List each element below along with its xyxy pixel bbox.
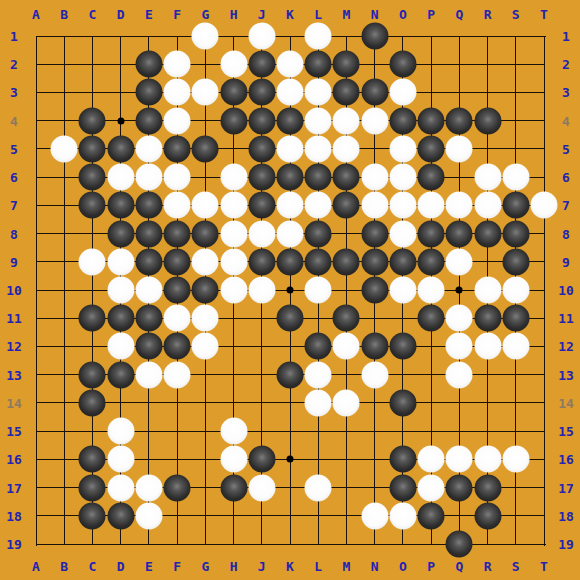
row-label-right: 5 — [562, 142, 570, 155]
row-label-left: 5 — [10, 142, 18, 155]
white-stone[interactable] — [220, 446, 247, 473]
black-stone[interactable] — [502, 192, 529, 219]
black-stone[interactable] — [361, 277, 388, 304]
black-stone[interactable] — [192, 220, 219, 247]
white-stone[interactable] — [135, 502, 162, 529]
white-stone[interactable] — [192, 192, 219, 219]
white-stone[interactable] — [389, 277, 416, 304]
column-label-bottom: G — [201, 560, 209, 573]
white-stone[interactable] — [446, 192, 473, 219]
black-stone[interactable] — [248, 135, 275, 162]
white-stone[interactable] — [446, 135, 473, 162]
white-stone[interactable] — [107, 418, 134, 445]
black-stone[interactable] — [192, 277, 219, 304]
white-stone[interactable] — [305, 277, 332, 304]
black-stone[interactable] — [361, 220, 388, 247]
black-stone[interactable] — [107, 192, 134, 219]
star-point — [287, 456, 294, 463]
black-stone[interactable] — [135, 79, 162, 106]
black-stone[interactable] — [164, 277, 191, 304]
column-label-bottom: R — [484, 560, 492, 573]
column-label-top: C — [89, 8, 97, 21]
black-stone[interactable] — [79, 389, 106, 416]
row-label-right: 16 — [558, 453, 574, 466]
white-stone[interactable] — [135, 135, 162, 162]
black-stone[interactable] — [474, 474, 501, 501]
black-stone[interactable] — [418, 305, 445, 332]
black-stone[interactable] — [502, 305, 529, 332]
white-stone[interactable] — [418, 192, 445, 219]
column-label-top: G — [201, 8, 209, 21]
black-stone[interactable] — [79, 361, 106, 388]
black-stone[interactable] — [248, 79, 275, 106]
row-label-right: 12 — [558, 340, 574, 353]
white-stone[interactable] — [107, 446, 134, 473]
row-label-right: 9 — [562, 255, 570, 268]
row-label-right: 3 — [562, 86, 570, 99]
white-stone[interactable] — [248, 220, 275, 247]
black-stone[interactable] — [333, 164, 360, 191]
white-stone[interactable] — [502, 277, 529, 304]
white-stone[interactable] — [531, 192, 558, 219]
row-label-left: 9 — [10, 255, 18, 268]
black-stone[interactable] — [277, 361, 304, 388]
column-label-top: K — [286, 8, 294, 21]
column-label-top: D — [117, 8, 125, 21]
white-stone[interactable] — [446, 248, 473, 275]
white-stone[interactable] — [502, 333, 529, 360]
black-stone[interactable] — [389, 389, 416, 416]
row-label-right: 14 — [558, 396, 574, 409]
black-stone[interactable] — [135, 333, 162, 360]
black-stone[interactable] — [248, 51, 275, 78]
black-stone[interactable] — [135, 51, 162, 78]
white-stone[interactable] — [389, 79, 416, 106]
black-stone[interactable] — [79, 474, 106, 501]
black-stone[interactable] — [79, 164, 106, 191]
black-stone[interactable] — [248, 248, 275, 275]
row-label-right: 6 — [562, 171, 570, 184]
black-stone[interactable] — [305, 333, 332, 360]
white-stone[interactable] — [333, 107, 360, 134]
black-stone[interactable] — [418, 220, 445, 247]
black-stone[interactable] — [79, 192, 106, 219]
white-stone[interactable] — [389, 192, 416, 219]
black-stone[interactable] — [446, 531, 473, 558]
column-label-top: J — [258, 8, 266, 21]
white-stone[interactable] — [446, 305, 473, 332]
white-stone[interactable] — [107, 474, 134, 501]
column-label-bottom: D — [117, 560, 125, 573]
white-stone[interactable] — [164, 164, 191, 191]
white-stone[interactable] — [220, 164, 247, 191]
black-stone[interactable] — [79, 135, 106, 162]
white-stone[interactable] — [305, 474, 332, 501]
column-label-top: O — [399, 8, 407, 21]
black-stone[interactable] — [305, 248, 332, 275]
white-stone[interactable] — [361, 192, 388, 219]
black-stone[interactable] — [248, 446, 275, 473]
white-stone[interactable] — [361, 107, 388, 134]
black-stone[interactable] — [389, 107, 416, 134]
black-stone[interactable] — [418, 502, 445, 529]
black-stone[interactable] — [164, 474, 191, 501]
white-stone[interactable] — [220, 51, 247, 78]
black-stone[interactable] — [164, 220, 191, 247]
grid-line-vertical — [36, 36, 37, 546]
white-stone[interactable] — [164, 192, 191, 219]
black-stone[interactable] — [389, 474, 416, 501]
white-stone[interactable] — [305, 192, 332, 219]
black-stone[interactable] — [135, 107, 162, 134]
column-label-bottom: Q — [455, 560, 463, 573]
black-stone[interactable] — [107, 361, 134, 388]
black-stone[interactable] — [389, 248, 416, 275]
black-stone[interactable] — [79, 305, 106, 332]
white-stone[interactable] — [418, 446, 445, 473]
black-stone[interactable] — [361, 333, 388, 360]
row-label-left: 14 — [6, 396, 22, 409]
column-label-bottom: F — [173, 560, 181, 573]
row-label-right: 2 — [562, 58, 570, 71]
black-stone[interactable] — [135, 305, 162, 332]
column-label-top: N — [371, 8, 379, 21]
black-stone[interactable] — [474, 305, 501, 332]
white-stone[interactable] — [305, 107, 332, 134]
row-label-right: 18 — [558, 509, 574, 522]
row-label-right: 4 — [562, 114, 570, 127]
white-stone[interactable] — [389, 220, 416, 247]
white-stone[interactable] — [446, 446, 473, 473]
black-stone[interactable] — [389, 51, 416, 78]
row-label-right: 1 — [562, 30, 570, 43]
star-point — [287, 287, 294, 294]
star-point — [456, 287, 463, 294]
white-stone[interactable] — [474, 164, 501, 191]
white-stone[interactable] — [361, 164, 388, 191]
white-stone[interactable] — [389, 502, 416, 529]
black-stone[interactable] — [164, 135, 191, 162]
row-label-left: 11 — [6, 312, 22, 325]
white-stone[interactable] — [305, 135, 332, 162]
column-label-top: H — [230, 8, 238, 21]
black-stone[interactable] — [305, 164, 332, 191]
row-label-right: 11 — [558, 312, 574, 325]
grid-line-horizontal — [36, 36, 546, 37]
white-stone[interactable] — [361, 502, 388, 529]
white-stone[interactable] — [135, 474, 162, 501]
row-label-right: 13 — [558, 368, 574, 381]
row-label-left: 13 — [6, 368, 22, 381]
black-stone[interactable] — [361, 23, 388, 50]
white-stone[interactable] — [220, 418, 247, 445]
white-stone[interactable] — [446, 333, 473, 360]
white-stone[interactable] — [192, 305, 219, 332]
black-stone[interactable] — [333, 305, 360, 332]
column-label-bottom: A — [32, 560, 40, 573]
white-stone[interactable] — [164, 361, 191, 388]
black-stone[interactable] — [474, 502, 501, 529]
black-stone[interactable] — [164, 333, 191, 360]
white-stone[interactable] — [277, 79, 304, 106]
black-stone[interactable] — [502, 220, 529, 247]
row-label-right: 15 — [558, 425, 574, 438]
row-label-left: 12 — [6, 340, 22, 353]
white-stone[interactable] — [79, 248, 106, 275]
row-label-left: 2 — [10, 58, 18, 71]
white-stone[interactable] — [220, 248, 247, 275]
white-stone[interactable] — [220, 277, 247, 304]
black-stone[interactable] — [79, 502, 106, 529]
black-stone[interactable] — [107, 502, 134, 529]
black-stone[interactable] — [305, 51, 332, 78]
row-label-left: 4 — [10, 114, 18, 127]
row-label-left: 6 — [10, 171, 18, 184]
black-stone[interactable] — [277, 107, 304, 134]
column-label-top: P — [427, 8, 435, 21]
row-label-left: 10 — [6, 284, 22, 297]
white-stone[interactable] — [333, 135, 360, 162]
white-stone[interactable] — [164, 79, 191, 106]
row-label-left: 7 — [10, 199, 18, 212]
column-label-bottom: T — [540, 560, 548, 573]
white-stone[interactable] — [418, 277, 445, 304]
black-stone[interactable] — [135, 192, 162, 219]
black-stone[interactable] — [107, 305, 134, 332]
white-stone[interactable] — [389, 164, 416, 191]
row-label-left: 16 — [6, 453, 22, 466]
black-stone[interactable] — [333, 51, 360, 78]
white-stone[interactable] — [220, 220, 247, 247]
black-stone[interactable] — [333, 192, 360, 219]
black-stone[interactable] — [389, 446, 416, 473]
white-stone[interactable] — [164, 107, 191, 134]
white-stone[interactable] — [135, 361, 162, 388]
column-label-bottom: K — [286, 560, 294, 573]
white-stone[interactable] — [107, 164, 134, 191]
black-stone[interactable] — [107, 220, 134, 247]
black-stone[interactable] — [192, 135, 219, 162]
white-stone[interactable] — [277, 220, 304, 247]
black-stone[interactable] — [277, 164, 304, 191]
white-stone[interactable] — [107, 277, 134, 304]
black-stone[interactable] — [418, 107, 445, 134]
white-stone[interactable] — [248, 277, 275, 304]
white-stone[interactable] — [192, 248, 219, 275]
white-stone[interactable] — [305, 361, 332, 388]
black-stone[interactable] — [135, 220, 162, 247]
column-label-top: F — [173, 8, 181, 21]
black-stone[interactable] — [220, 79, 247, 106]
column-label-top: E — [145, 8, 153, 21]
grid-line-horizontal — [36, 402, 545, 403]
black-stone[interactable] — [220, 107, 247, 134]
white-stone[interactable] — [164, 51, 191, 78]
column-label-top: M — [343, 8, 351, 21]
column-label-bottom: H — [230, 560, 238, 573]
black-stone[interactable] — [418, 248, 445, 275]
black-stone[interactable] — [305, 220, 332, 247]
black-stone[interactable] — [446, 220, 473, 247]
black-stone[interactable] — [502, 248, 529, 275]
column-label-top: Q — [455, 8, 463, 21]
row-label-left: 1 — [10, 30, 18, 43]
black-stone[interactable] — [277, 305, 304, 332]
white-stone[interactable] — [474, 446, 501, 473]
black-stone[interactable] — [474, 107, 501, 134]
black-stone[interactable] — [248, 164, 275, 191]
white-stone[interactable] — [333, 333, 360, 360]
white-stone[interactable] — [474, 333, 501, 360]
column-label-top: R — [484, 8, 492, 21]
white-stone[interactable] — [502, 446, 529, 473]
column-label-bottom: M — [343, 560, 351, 573]
black-stone[interactable] — [389, 333, 416, 360]
column-label-top: A — [32, 8, 40, 21]
column-label-top: B — [60, 8, 68, 21]
white-stone[interactable] — [277, 135, 304, 162]
column-label-bottom: C — [89, 560, 97, 573]
row-label-left: 3 — [10, 86, 18, 99]
column-label-bottom: N — [371, 560, 379, 573]
black-stone[interactable] — [446, 107, 473, 134]
column-label-top: S — [512, 8, 520, 21]
black-stone[interactable] — [79, 107, 106, 134]
go-board[interactable]: AABBCCDDEEFFGGHHJJKKLLMMNNOOPPQQRRSSTT11… — [0, 0, 580, 580]
white-stone[interactable] — [305, 389, 332, 416]
black-stone[interactable] — [135, 248, 162, 275]
black-stone[interactable] — [248, 192, 275, 219]
black-stone[interactable] — [248, 107, 275, 134]
black-stone[interactable] — [361, 248, 388, 275]
white-stone[interactable] — [389, 135, 416, 162]
black-stone[interactable] — [446, 474, 473, 501]
white-stone[interactable] — [248, 23, 275, 50]
column-label-top: L — [314, 8, 322, 21]
white-stone[interactable] — [361, 361, 388, 388]
column-label-bottom: S — [512, 560, 520, 573]
black-stone[interactable] — [361, 79, 388, 106]
white-stone[interactable] — [418, 474, 445, 501]
row-label-right: 8 — [562, 227, 570, 240]
white-stone[interactable] — [164, 305, 191, 332]
black-stone[interactable] — [474, 220, 501, 247]
white-stone[interactable] — [107, 333, 134, 360]
column-label-bottom: B — [60, 560, 68, 573]
white-stone[interactable] — [502, 164, 529, 191]
row-label-left: 8 — [10, 227, 18, 240]
white-stone[interactable] — [135, 164, 162, 191]
star-point — [117, 117, 124, 124]
white-stone[interactable] — [277, 51, 304, 78]
column-label-bottom: P — [427, 560, 435, 573]
row-label-right: 19 — [558, 538, 574, 551]
black-stone[interactable] — [164, 248, 191, 275]
row-label-right: 7 — [562, 199, 570, 212]
white-stone[interactable] — [248, 474, 275, 501]
white-stone[interactable] — [333, 389, 360, 416]
black-stone[interactable] — [418, 135, 445, 162]
white-stone[interactable] — [277, 192, 304, 219]
white-stone[interactable] — [305, 79, 332, 106]
white-stone[interactable] — [192, 333, 219, 360]
black-stone[interactable] — [79, 446, 106, 473]
white-stone[interactable] — [51, 135, 78, 162]
white-stone[interactable] — [192, 23, 219, 50]
white-stone[interactable] — [474, 192, 501, 219]
white-stone[interactable] — [446, 361, 473, 388]
black-stone[interactable] — [333, 248, 360, 275]
column-label-bottom: L — [314, 560, 322, 573]
black-stone[interactable] — [333, 79, 360, 106]
row-label-left: 19 — [6, 538, 22, 551]
row-label-right: 10 — [558, 284, 574, 297]
white-stone[interactable] — [192, 79, 219, 106]
black-stone[interactable] — [107, 135, 134, 162]
black-stone[interactable] — [220, 474, 247, 501]
row-label-left: 18 — [6, 509, 22, 522]
row-label-left: 15 — [6, 425, 22, 438]
column-label-bottom: J — [258, 560, 266, 573]
white-stone[interactable] — [305, 23, 332, 50]
black-stone[interactable] — [277, 248, 304, 275]
black-stone[interactable] — [418, 164, 445, 191]
row-label-left: 17 — [6, 481, 22, 494]
white-stone[interactable] — [220, 192, 247, 219]
white-stone[interactable] — [107, 248, 134, 275]
white-stone[interactable] — [135, 277, 162, 304]
column-label-bottom: O — [399, 560, 407, 573]
column-label-bottom: E — [145, 560, 153, 573]
white-stone[interactable] — [474, 277, 501, 304]
column-label-top: T — [540, 8, 548, 21]
grid-line-vertical — [544, 36, 545, 546]
row-label-right: 17 — [558, 481, 574, 494]
